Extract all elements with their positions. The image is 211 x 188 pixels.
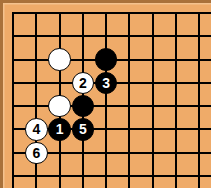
board-intersection <box>25 164 48 187</box>
board-intersection <box>188 141 211 164</box>
board-intersection <box>188 118 211 141</box>
board-intersection <box>71 25 94 48</box>
stone-white <box>48 48 71 71</box>
stone-black-move-1: 1 <box>48 118 71 141</box>
move-number: 1 <box>56 122 64 136</box>
board-intersection <box>95 48 118 71</box>
board-intersection <box>118 95 141 118</box>
move-number: 5 <box>79 122 87 136</box>
stone-black-move-5: 5 <box>72 118 95 141</box>
board-intersection <box>118 164 141 187</box>
board-intersection: 5 <box>71 118 94 141</box>
board-intersection <box>141 71 164 94</box>
board-intersection <box>188 48 211 71</box>
board-intersection <box>141 3 164 25</box>
board-intersection <box>48 141 71 164</box>
board-intersection <box>3 25 25 48</box>
board-intersection <box>48 71 71 94</box>
stone-white-move-4: 4 <box>25 118 48 141</box>
board-intersection <box>188 3 211 25</box>
board-intersection <box>71 3 94 25</box>
board-intersection <box>3 141 25 164</box>
board-grid: 234156 <box>3 3 211 188</box>
board-intersection <box>118 48 141 71</box>
board-intersection <box>25 48 48 71</box>
board-intersection <box>71 95 94 118</box>
stone-white-move-2: 2 <box>72 72 95 95</box>
board-intersection <box>3 3 25 25</box>
board-intersection <box>3 71 25 94</box>
board-clip: 234156 <box>3 3 211 188</box>
stone-white <box>48 95 71 118</box>
board-intersection <box>95 3 118 25</box>
board-intersection <box>48 25 71 48</box>
move-number: 4 <box>32 122 40 136</box>
board-intersection <box>95 25 118 48</box>
board-intersection <box>3 118 25 141</box>
board-intersection <box>118 71 141 94</box>
board-intersection: 1 <box>48 118 71 141</box>
board-intersection <box>118 25 141 48</box>
board-intersection <box>48 48 71 71</box>
board-intersection <box>48 3 71 25</box>
board-intersection <box>164 95 187 118</box>
board-intersection <box>71 48 94 71</box>
board-intersection <box>141 25 164 48</box>
board-intersection <box>141 141 164 164</box>
board-intersection <box>25 3 48 25</box>
board-intersection <box>188 164 211 187</box>
board-intersection <box>25 95 48 118</box>
board-intersection <box>164 164 187 187</box>
stone-black <box>95 48 118 71</box>
board-intersection <box>118 118 141 141</box>
board-intersection <box>48 95 71 118</box>
board-intersection <box>141 118 164 141</box>
board-intersection <box>25 25 48 48</box>
board-intersection <box>164 25 187 48</box>
board-intersection <box>141 48 164 71</box>
board-intersection <box>95 164 118 187</box>
board-intersection <box>95 95 118 118</box>
board-intersection <box>164 71 187 94</box>
board-intersection <box>48 164 71 187</box>
board-intersection <box>118 3 141 25</box>
board-intersection <box>3 164 25 187</box>
board-intersection <box>164 3 187 25</box>
board-intersection: 3 <box>95 71 118 94</box>
move-number: 3 <box>102 75 110 89</box>
board-intersection <box>3 95 25 118</box>
go-board-diagram: 234156 <box>0 0 211 188</box>
board-intersection <box>71 164 94 187</box>
board-intersection <box>25 71 48 94</box>
move-number: 6 <box>32 145 40 159</box>
board-intersection <box>188 71 211 94</box>
stone-black-move-3: 3 <box>95 72 118 95</box>
board-intersection <box>141 164 164 187</box>
board-intersection <box>188 95 211 118</box>
board-intersection <box>164 141 187 164</box>
board-intersection <box>71 141 94 164</box>
board-intersection <box>95 118 118 141</box>
move-number: 2 <box>79 75 87 89</box>
board-intersection <box>141 95 164 118</box>
board-intersection <box>164 118 187 141</box>
board-intersection <box>188 25 211 48</box>
stone-black <box>72 95 95 118</box>
board-intersection: 6 <box>25 141 48 164</box>
board-intersection: 2 <box>71 71 94 94</box>
stone-white-move-6: 6 <box>25 142 48 165</box>
board-intersection <box>3 48 25 71</box>
board-intersection <box>118 141 141 164</box>
board-intersection <box>164 48 187 71</box>
board-intersection <box>95 141 118 164</box>
board-intersection: 4 <box>25 118 48 141</box>
